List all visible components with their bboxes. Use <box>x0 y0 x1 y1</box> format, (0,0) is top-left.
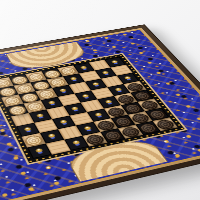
game-box <box>0 24 200 200</box>
photo-scene <box>0 0 200 200</box>
board-frame <box>0 53 188 165</box>
ornamental-border-field <box>0 29 200 200</box>
box-wood-trim <box>0 28 200 200</box>
